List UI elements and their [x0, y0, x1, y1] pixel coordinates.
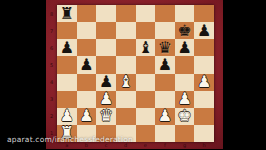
square-e8 [136, 5, 156, 22]
square-e2 [136, 108, 156, 125]
black-pawn: ♟ [177, 40, 191, 56]
black-rook: ♜ [60, 6, 74, 22]
white-pawn: ♟ [177, 91, 191, 107]
square-f2: ♟ [155, 108, 175, 125]
square-e6: ♝ [136, 39, 156, 56]
watermark-text: aparat.com/iranchessfederation [7, 135, 133, 144]
file-label-g: g [175, 142, 195, 149]
black-pawn: ♟ [60, 40, 74, 56]
square-f5: ♟ [155, 56, 175, 73]
square-b6 [77, 39, 97, 56]
file-label-h: h [194, 142, 214, 149]
black-king: ♚ [177, 23, 191, 39]
square-a6: ♟ [57, 39, 77, 56]
white-pawn: ♟ [197, 74, 211, 90]
square-g3: ♟ [175, 91, 195, 108]
square-b3 [77, 91, 97, 108]
white-pawn: ♟ [60, 108, 74, 124]
square-g4 [175, 74, 195, 91]
square-d2 [116, 108, 136, 125]
square-a4 [57, 74, 77, 91]
black-pawn: ♟ [79, 57, 93, 73]
black-queen: ♛ [158, 40, 172, 56]
square-h7: ♟ [194, 22, 214, 39]
square-c2: ♛ [96, 108, 116, 125]
rank-label-6: 6 [46, 39, 57, 56]
square-c4: ♟ [96, 74, 116, 91]
square-d8 [116, 5, 136, 22]
square-f7 [155, 22, 175, 39]
square-f4 [155, 74, 175, 91]
square-d6 [116, 39, 136, 56]
black-bishop: ♝ [138, 40, 152, 56]
chess-board: ♜♚♟♟♝♛♟♟♟♟♝♟♟♟♟♟♛♟♚♜ [57, 5, 214, 142]
square-b8 [77, 5, 97, 22]
square-g7: ♚ [175, 22, 195, 39]
square-g8 [175, 5, 195, 22]
chess-board-frame: 87654321 abcdefgh ♜♚♟♟♝♛♟♟♟♟♝♟♟♟♟♟♛♟♚♜ [46, 0, 223, 149]
white-pawn: ♟ [99, 91, 113, 107]
square-h8 [194, 5, 214, 22]
square-h4: ♟ [194, 74, 214, 91]
square-e4 [136, 74, 156, 91]
white-pawn: ♟ [79, 108, 93, 124]
square-d3 [116, 91, 136, 108]
square-g5 [175, 56, 195, 73]
square-b2: ♟ [77, 108, 97, 125]
square-h3 [194, 91, 214, 108]
square-c7 [96, 22, 116, 39]
white-bishop: ♝ [119, 74, 133, 90]
square-b5: ♟ [77, 56, 97, 73]
rank-label-8: 8 [46, 5, 57, 22]
square-c8 [96, 5, 116, 22]
square-d7 [116, 22, 136, 39]
square-e1 [136, 125, 156, 142]
square-c5 [96, 56, 116, 73]
white-king: ♚ [177, 108, 191, 124]
square-g2: ♚ [175, 108, 195, 125]
square-f1 [155, 125, 175, 142]
square-d4: ♝ [116, 74, 136, 91]
rank-label-3: 3 [46, 91, 57, 108]
black-pawn: ♟ [158, 57, 172, 73]
white-pawn: ♟ [158, 108, 172, 124]
square-b7 [77, 22, 97, 39]
square-f6: ♛ [155, 39, 175, 56]
square-a3 [57, 91, 77, 108]
square-a5 [57, 56, 77, 73]
black-pawn: ♟ [99, 74, 113, 90]
video-frame: 87654321 abcdefgh ♜♚♟♟♝♛♟♟♟♟♝♟♟♟♟♟♛♟♚♜ a… [0, 0, 266, 150]
rank-label-4: 4 [46, 74, 57, 91]
square-h5 [194, 56, 214, 73]
rank-label-7: 7 [46, 22, 57, 39]
rank-labels: 87654321 [46, 5, 57, 142]
square-f3 [155, 91, 175, 108]
square-a2: ♟ [57, 108, 77, 125]
square-c6 [96, 39, 116, 56]
square-c3: ♟ [96, 91, 116, 108]
square-g6: ♟ [175, 39, 195, 56]
file-label-e: e [136, 142, 156, 149]
square-f8 [155, 5, 175, 22]
file-label-f: f [155, 142, 175, 149]
square-e3 [136, 91, 156, 108]
square-h2 [194, 108, 214, 125]
white-queen: ♛ [99, 108, 113, 124]
square-a8: ♜ [57, 5, 77, 22]
square-a7 [57, 22, 77, 39]
square-e7 [136, 22, 156, 39]
square-h6 [194, 39, 214, 56]
square-d5 [116, 56, 136, 73]
rank-label-5: 5 [46, 56, 57, 73]
square-g1 [175, 125, 195, 142]
square-h1 [194, 125, 214, 142]
black-pawn: ♟ [197, 23, 211, 39]
rank-label-2: 2 [46, 108, 57, 125]
square-b4 [77, 74, 97, 91]
square-e5 [136, 56, 156, 73]
